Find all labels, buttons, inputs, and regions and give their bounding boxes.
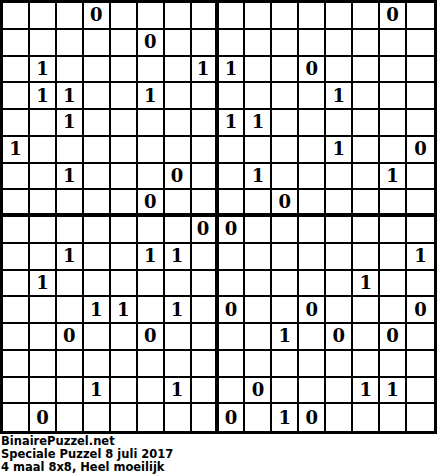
cell-r1c14[interactable] xyxy=(353,3,380,30)
cell-r1c8[interactable] xyxy=(192,3,219,30)
cell-r7c2[interactable] xyxy=(30,164,57,191)
cell-r9c9[interactable]: 0 xyxy=(219,217,246,244)
cell-r5c3[interactable]: 1 xyxy=(57,110,84,137)
cell-r15c5[interactable] xyxy=(111,378,138,405)
cell-r3c7[interactable] xyxy=(165,57,192,84)
cell-r5c11[interactable] xyxy=(272,110,299,137)
cell-r14c3[interactable] xyxy=(57,351,84,378)
cell-r3c4[interactable] xyxy=(84,57,111,84)
cell-r7c14[interactable] xyxy=(353,164,380,191)
cell-r14c16[interactable] xyxy=(407,351,434,378)
cell-r9c8[interactable]: 0 xyxy=(192,217,219,244)
cell-r6c11[interactable] xyxy=(272,137,299,164)
cell-r10c12[interactable] xyxy=(299,244,326,271)
cell-r8c8[interactable] xyxy=(192,190,219,217)
cell-r10c13[interactable] xyxy=(326,244,353,271)
cell-r13c12[interactable] xyxy=(299,324,326,351)
cell-r3c5[interactable] xyxy=(111,57,138,84)
cell-r3c9[interactable]: 1 xyxy=(219,57,246,84)
cell-r1c1[interactable] xyxy=(3,3,30,30)
cell-r4c7[interactable] xyxy=(165,83,192,110)
cell-r15c10[interactable]: 0 xyxy=(245,378,272,405)
cell-r3c12[interactable]: 0 xyxy=(299,57,326,84)
cell-r9c7[interactable] xyxy=(165,217,192,244)
cell-r3c8[interactable]: 1 xyxy=(192,57,219,84)
cell-r10c16[interactable]: 1 xyxy=(407,244,434,271)
cell-r13c1[interactable] xyxy=(3,324,30,351)
cell-r13c2[interactable] xyxy=(30,324,57,351)
cell-r14c9[interactable] xyxy=(219,351,246,378)
cell-r4c12[interactable] xyxy=(299,83,326,110)
cell-r13c13[interactable]: 0 xyxy=(326,324,353,351)
cell-r15c13[interactable] xyxy=(326,378,353,405)
cell-r6c15[interactable] xyxy=(380,137,407,164)
cell-r9c13[interactable] xyxy=(326,217,353,244)
cell-r8c15[interactable] xyxy=(380,190,407,217)
cell-r11c12[interactable] xyxy=(299,271,326,298)
cell-r1c2[interactable] xyxy=(30,3,57,30)
cell-r6c9[interactable] xyxy=(219,137,246,164)
cell-r14c13[interactable] xyxy=(326,351,353,378)
cell-r16c5[interactable] xyxy=(111,404,138,431)
cell-r4c16[interactable] xyxy=(407,83,434,110)
cell-r9c2[interactable] xyxy=(30,217,57,244)
cell-r12c15[interactable] xyxy=(380,297,407,324)
cell-r2c15[interactable] xyxy=(380,30,407,57)
cell-r2c7[interactable] xyxy=(165,30,192,57)
cell-r16c8[interactable] xyxy=(192,404,219,431)
cell-r7c13[interactable] xyxy=(326,164,353,191)
cell-r15c12[interactable] xyxy=(299,378,326,405)
cell-r4c5[interactable] xyxy=(111,83,138,110)
cell-r6c5[interactable] xyxy=(111,137,138,164)
cell-r9c3[interactable] xyxy=(57,217,84,244)
cell-r7c1[interactable] xyxy=(3,164,30,191)
cell-r14c8[interactable] xyxy=(192,351,219,378)
cell-r1c16[interactable] xyxy=(407,3,434,30)
cell-r2c2[interactable] xyxy=(30,30,57,57)
cell-r3c13[interactable] xyxy=(326,57,353,84)
cell-r2c9[interactable] xyxy=(219,30,246,57)
cell-r4c1[interactable] xyxy=(3,83,30,110)
cell-r14c11[interactable] xyxy=(272,351,299,378)
cell-r16c3[interactable] xyxy=(57,404,84,431)
cell-r1c5[interactable] xyxy=(111,3,138,30)
puzzle-page: 0001110111111111010110000111111111000001… xyxy=(0,0,437,475)
cell-r16c11[interactable]: 1 xyxy=(272,404,299,431)
cell-r16c12[interactable]: 0 xyxy=(299,404,326,431)
cell-r5c10[interactable]: 1 xyxy=(245,110,272,137)
cell-r14c4[interactable] xyxy=(84,351,111,378)
cell-r10c9[interactable] xyxy=(219,244,246,271)
cell-r11c15[interactable] xyxy=(380,271,407,298)
cell-r15c3[interactable] xyxy=(57,378,84,405)
cell-r6c14[interactable] xyxy=(353,137,380,164)
cell-r3c10[interactable] xyxy=(245,57,272,84)
cell-r15c16[interactable] xyxy=(407,378,434,405)
cell-r12c11[interactable] xyxy=(272,297,299,324)
cell-r13c10[interactable] xyxy=(245,324,272,351)
cell-r11c4[interactable] xyxy=(84,271,111,298)
cell-r7c12[interactable] xyxy=(299,164,326,191)
cell-r2c14[interactable] xyxy=(353,30,380,57)
cell-r12c5[interactable]: 1 xyxy=(111,297,138,324)
cell-r8c10[interactable] xyxy=(245,190,272,217)
cell-r10c15[interactable] xyxy=(380,244,407,271)
cell-r7c11[interactable] xyxy=(272,164,299,191)
cell-r5c14[interactable] xyxy=(353,110,380,137)
cell-r6c7[interactable] xyxy=(165,137,192,164)
cell-r8c1[interactable] xyxy=(3,190,30,217)
cell-r2c13[interactable] xyxy=(326,30,353,57)
cell-r16c9[interactable]: 0 xyxy=(219,404,246,431)
cell-r9c5[interactable] xyxy=(111,217,138,244)
cell-r2c12[interactable] xyxy=(299,30,326,57)
cell-r3c16[interactable] xyxy=(407,57,434,84)
cell-r9c11[interactable] xyxy=(272,217,299,244)
cell-r8c3[interactable] xyxy=(57,190,84,217)
cell-r16c7[interactable] xyxy=(165,404,192,431)
cell-r9c6[interactable] xyxy=(138,217,165,244)
cell-r15c9[interactable] xyxy=(219,378,246,405)
cell-r11c16[interactable] xyxy=(407,271,434,298)
cell-r1c10[interactable] xyxy=(245,3,272,30)
footer: BinairePuzzel.net Speciale Puzzel 8 juli… xyxy=(0,434,437,474)
cell-r15c4[interactable]: 1 xyxy=(84,378,111,405)
cell-r16c10[interactable] xyxy=(245,404,272,431)
cell-r3c3[interactable] xyxy=(57,57,84,84)
cell-r3c14[interactable] xyxy=(353,57,380,84)
cell-r2c10[interactable] xyxy=(245,30,272,57)
cell-r15c15[interactable]: 1 xyxy=(380,378,407,405)
cell-r4c4[interactable] xyxy=(84,83,111,110)
cell-r10c8[interactable] xyxy=(192,244,219,271)
cell-r1c11[interactable] xyxy=(272,3,299,30)
cell-r7c6[interactable] xyxy=(138,164,165,191)
cell-r8c7[interactable] xyxy=(165,190,192,217)
cell-r5c5[interactable] xyxy=(111,110,138,137)
cell-r5c15[interactable] xyxy=(380,110,407,137)
cell-r5c9[interactable]: 1 xyxy=(219,110,246,137)
cell-r2c8[interactable] xyxy=(192,30,219,57)
cell-r10c14[interactable] xyxy=(353,244,380,271)
cell-r11c1[interactable] xyxy=(3,271,30,298)
binary-puzzle-board: 0001110111111111010110000111111111000001… xyxy=(0,0,437,434)
cell-r16c15[interactable] xyxy=(380,404,407,431)
cell-r15c8[interactable] xyxy=(192,378,219,405)
cell-r13c8[interactable] xyxy=(192,324,219,351)
cell-r11c13[interactable] xyxy=(326,271,353,298)
cell-r11c10[interactable] xyxy=(245,271,272,298)
cell-r4c10[interactable] xyxy=(245,83,272,110)
cell-r12c10[interactable] xyxy=(245,297,272,324)
cell-r7c16[interactable] xyxy=(407,164,434,191)
cell-r2c3[interactable] xyxy=(57,30,84,57)
cell-r1c12[interactable] xyxy=(299,3,326,30)
cell-r14c5[interactable] xyxy=(111,351,138,378)
cell-r9c14[interactable] xyxy=(353,217,380,244)
cell-r14c15[interactable] xyxy=(380,351,407,378)
cell-r11c2[interactable]: 1 xyxy=(30,271,57,298)
cell-r9c10[interactable] xyxy=(245,217,272,244)
cell-r1c9[interactable] xyxy=(219,3,246,30)
cell-r4c9[interactable] xyxy=(219,83,246,110)
cell-r1c6[interactable] xyxy=(138,3,165,30)
cell-r6c10[interactable] xyxy=(245,137,272,164)
cell-r10c6[interactable]: 1 xyxy=(138,244,165,271)
cell-r12c7[interactable]: 1 xyxy=(165,297,192,324)
cell-r12c4[interactable]: 1 xyxy=(84,297,111,324)
cell-r11c5[interactable] xyxy=(111,271,138,298)
cell-r13c11[interactable]: 1 xyxy=(272,324,299,351)
cell-r13c4[interactable] xyxy=(84,324,111,351)
cell-r6c4[interactable] xyxy=(84,137,111,164)
cell-r6c16[interactable]: 0 xyxy=(407,137,434,164)
cell-r5c1[interactable] xyxy=(3,110,30,137)
cell-r12c1[interactable] xyxy=(3,297,30,324)
cell-r4c13[interactable]: 1 xyxy=(326,83,353,110)
cell-r8c4[interactable] xyxy=(84,190,111,217)
cell-r10c4[interactable] xyxy=(84,244,111,271)
cell-r4c14[interactable] xyxy=(353,83,380,110)
cell-r16c2[interactable]: 0 xyxy=(30,404,57,431)
cell-r1c4[interactable]: 0 xyxy=(84,3,111,30)
cell-r2c6[interactable]: 0 xyxy=(138,30,165,57)
cell-r10c10[interactable] xyxy=(245,244,272,271)
cell-r12c8[interactable] xyxy=(192,297,219,324)
cell-r15c7[interactable]: 1 xyxy=(165,378,192,405)
cell-r8c9[interactable] xyxy=(219,190,246,217)
cell-r5c6[interactable] xyxy=(138,110,165,137)
cell-r8c5[interactable] xyxy=(111,190,138,217)
cell-r6c6[interactable] xyxy=(138,137,165,164)
cell-r4c11[interactable] xyxy=(272,83,299,110)
cell-r4c8[interactable] xyxy=(192,83,219,110)
cell-r15c11[interactable] xyxy=(272,378,299,405)
cell-r8c11[interactable]: 0 xyxy=(272,190,299,217)
cell-r10c11[interactable] xyxy=(272,244,299,271)
cell-r11c6[interactable] xyxy=(138,271,165,298)
cell-r1c7[interactable] xyxy=(165,3,192,30)
cell-r5c4[interactable] xyxy=(84,110,111,137)
cell-r16c6[interactable] xyxy=(138,404,165,431)
cell-r9c1[interactable] xyxy=(3,217,30,244)
cell-r8c14[interactable] xyxy=(353,190,380,217)
cell-r10c5[interactable] xyxy=(111,244,138,271)
cell-r2c16[interactable] xyxy=(407,30,434,57)
cell-r4c3[interactable]: 1 xyxy=(57,83,84,110)
cell-r12c14[interactable] xyxy=(353,297,380,324)
cell-r3c11[interactable] xyxy=(272,57,299,84)
cell-r14c1[interactable] xyxy=(3,351,30,378)
cell-r3c15[interactable] xyxy=(380,57,407,84)
cell-r3c6[interactable] xyxy=(138,57,165,84)
cell-r11c3[interactable] xyxy=(57,271,84,298)
cell-r11c7[interactable] xyxy=(165,271,192,298)
cell-r15c1[interactable] xyxy=(3,378,30,405)
cell-r16c16[interactable] xyxy=(407,404,434,431)
cell-r15c14[interactable]: 1 xyxy=(353,378,380,405)
cell-r2c1[interactable] xyxy=(3,30,30,57)
cell-r12c12[interactable]: 0 xyxy=(299,297,326,324)
cell-r7c10[interactable]: 1 xyxy=(245,164,272,191)
cell-r7c8[interactable] xyxy=(192,164,219,191)
cell-r2c11[interactable] xyxy=(272,30,299,57)
cell-r6c2[interactable] xyxy=(30,137,57,164)
cell-r12c6[interactable] xyxy=(138,297,165,324)
cell-r8c13[interactable] xyxy=(326,190,353,217)
cell-r6c3[interactable] xyxy=(57,137,84,164)
cell-r10c3[interactable]: 1 xyxy=(57,244,84,271)
cell-r7c4[interactable] xyxy=(84,164,111,191)
cell-r7c3[interactable]: 1 xyxy=(57,164,84,191)
cell-r13c3[interactable]: 0 xyxy=(57,324,84,351)
cell-r5c13[interactable] xyxy=(326,110,353,137)
cell-r6c1[interactable]: 1 xyxy=(3,137,30,164)
cell-r2c5[interactable] xyxy=(111,30,138,57)
cell-r14c10[interactable] xyxy=(245,351,272,378)
cell-r11c9[interactable] xyxy=(219,271,246,298)
cell-r15c2[interactable] xyxy=(30,378,57,405)
cell-r6c13[interactable]: 1 xyxy=(326,137,353,164)
cell-r6c12[interactable] xyxy=(299,137,326,164)
cell-r5c16[interactable] xyxy=(407,110,434,137)
cell-r8c12[interactable] xyxy=(299,190,326,217)
cell-r13c9[interactable] xyxy=(219,324,246,351)
cell-r11c11[interactable] xyxy=(272,271,299,298)
cell-r5c7[interactable] xyxy=(165,110,192,137)
cell-r3c1[interactable] xyxy=(3,57,30,84)
cell-r15c6[interactable] xyxy=(138,378,165,405)
cell-r14c6[interactable] xyxy=(138,351,165,378)
cell-r16c4[interactable] xyxy=(84,404,111,431)
cell-r13c16[interactable] xyxy=(407,324,434,351)
cell-r8c6[interactable]: 0 xyxy=(138,190,165,217)
cell-r12c16[interactable]: 0 xyxy=(407,297,434,324)
cell-r7c7[interactable]: 0 xyxy=(165,164,192,191)
cell-r13c7[interactable] xyxy=(165,324,192,351)
cell-r8c2[interactable] xyxy=(30,190,57,217)
cell-r1c15[interactable]: 0 xyxy=(380,3,407,30)
cell-r7c5[interactable] xyxy=(111,164,138,191)
cell-r5c2[interactable] xyxy=(30,110,57,137)
cell-r16c13[interactable] xyxy=(326,404,353,431)
cell-r9c16[interactable] xyxy=(407,217,434,244)
cell-r9c4[interactable] xyxy=(84,217,111,244)
cell-r16c1[interactable] xyxy=(3,404,30,431)
cell-r4c2[interactable]: 1 xyxy=(30,83,57,110)
cell-r8c16[interactable] xyxy=(407,190,434,217)
cell-r12c9[interactable]: 0 xyxy=(219,297,246,324)
cell-r12c13[interactable] xyxy=(326,297,353,324)
cell-r10c2[interactable] xyxy=(30,244,57,271)
puzzle-difficulty: 4 maal 8x8, Heel moeilijk xyxy=(1,461,437,474)
cell-r4c6[interactable]: 1 xyxy=(138,83,165,110)
cell-r12c3[interactable] xyxy=(57,297,84,324)
cell-r14c7[interactable] xyxy=(165,351,192,378)
cell-r9c12[interactable] xyxy=(299,217,326,244)
cell-r4c15[interactable] xyxy=(380,83,407,110)
cell-r10c1[interactable] xyxy=(3,244,30,271)
cell-r1c13[interactable] xyxy=(326,3,353,30)
cell-r13c14[interactable] xyxy=(353,324,380,351)
cell-r5c12[interactable] xyxy=(299,110,326,137)
cell-r7c9[interactable] xyxy=(219,164,246,191)
cell-r7c15[interactable]: 1 xyxy=(380,164,407,191)
cell-r13c5[interactable] xyxy=(111,324,138,351)
cell-r1c3[interactable] xyxy=(57,3,84,30)
cell-r3c2[interactable]: 1 xyxy=(30,57,57,84)
cell-r2c4[interactable] xyxy=(84,30,111,57)
cell-r12c2[interactable] xyxy=(30,297,57,324)
cell-r11c14[interactable]: 1 xyxy=(353,271,380,298)
cell-r16c14[interactable] xyxy=(353,404,380,431)
cell-r14c2[interactable] xyxy=(30,351,57,378)
cell-r14c14[interactable] xyxy=(353,351,380,378)
cell-r10c7[interactable]: 1 xyxy=(165,244,192,271)
cell-r5c8[interactable] xyxy=(192,110,219,137)
cell-r11c8[interactable] xyxy=(192,271,219,298)
cell-r14c12[interactable] xyxy=(299,351,326,378)
cell-r9c15[interactable] xyxy=(380,217,407,244)
cell-r13c15[interactable]: 0 xyxy=(380,324,407,351)
cell-r13c6[interactable]: 0 xyxy=(138,324,165,351)
cell-r6c8[interactable] xyxy=(192,137,219,164)
